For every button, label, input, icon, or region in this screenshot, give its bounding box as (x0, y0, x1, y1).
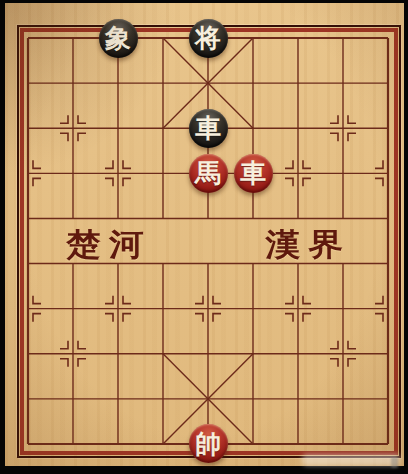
piece-black-elephant[interactable]: 象 (99, 19, 138, 58)
piece-glyph: 車 (195, 115, 221, 141)
piece-red-chariot[interactable]: 車 (234, 154, 273, 193)
piece-glyph: 車 (240, 160, 266, 186)
piece-glyph: 将 (195, 25, 221, 51)
piece-red-horse[interactable]: 馬 (189, 154, 228, 193)
piece-black-chariot[interactable]: 車 (189, 109, 228, 148)
piece-glyph: 象 (105, 25, 131, 51)
game-screen: 楚河 漢界 象将車馬車帥 (0, 0, 408, 474)
watermark-blur (302, 454, 400, 466)
piece-glyph: 馬 (195, 160, 221, 186)
piece-glyph: 帥 (195, 431, 221, 457)
piece-black-general[interactable]: 将 (189, 19, 228, 58)
board[interactable]: 象将車馬車帥 (28, 38, 388, 444)
board-background: 楚河 漢界 象将車馬車帥 (5, 3, 404, 466)
board-grid: 象将車馬車帥 (6, 15, 408, 466)
piece-red-general[interactable]: 帥 (189, 424, 228, 463)
watermark-dot (391, 457, 398, 468)
